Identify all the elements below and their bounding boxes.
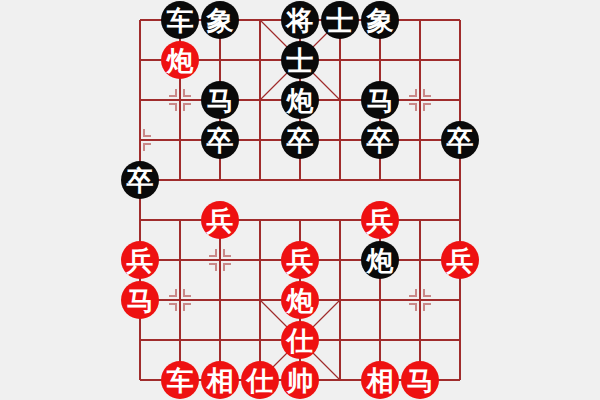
piece-black-cannon[interactable]: 炮	[361, 241, 399, 279]
piece-red-soldier[interactable]: 兵	[121, 241, 159, 279]
piece-black-advisor[interactable]: 士	[281, 41, 319, 79]
piece-red-soldier[interactable]: 兵	[441, 241, 479, 279]
piece-red-chariot[interactable]: 车	[161, 361, 199, 399]
piece-black-elephant[interactable]: 象	[361, 1, 399, 39]
piece-black-horse[interactable]: 马	[361, 81, 399, 119]
piece-red-soldier[interactable]: 兵	[281, 241, 319, 279]
piece-black-general[interactable]: 将	[281, 1, 319, 39]
piece-red-horse[interactable]: 马	[401, 361, 439, 399]
piece-black-advisor[interactable]: 士	[321, 1, 359, 39]
piece-red-elephant[interactable]: 相	[361, 361, 399, 399]
piece-red-elephant[interactable]: 相	[201, 361, 239, 399]
app-background: { "game": "xiangqi", "board": { "backgro…	[0, 0, 600, 400]
piece-black-chariot[interactable]: 车	[161, 1, 199, 39]
piece-black-soldier[interactable]: 卒	[121, 161, 159, 199]
piece-black-soldier[interactable]: 卒	[361, 121, 399, 159]
piece-black-soldier[interactable]: 卒	[441, 121, 479, 159]
piece-red-cannon[interactable]: 炮	[161, 41, 199, 79]
piece-layer[interactable]: 车象将士象炮士马炮马卒卒卒卒卒兵兵兵兵炮兵马炮仕车相仕帅相马	[120, 0, 480, 400]
piece-red-horse[interactable]: 马	[121, 281, 159, 319]
piece-black-cannon[interactable]: 炮	[281, 81, 319, 119]
piece-red-advisor[interactable]: 仕	[281, 321, 319, 359]
piece-black-horse[interactable]: 马	[201, 81, 239, 119]
piece-black-soldier[interactable]: 卒	[281, 121, 319, 159]
piece-red-advisor[interactable]: 仕	[241, 361, 279, 399]
piece-black-elephant[interactable]: 象	[201, 1, 239, 39]
piece-red-soldier[interactable]: 兵	[361, 201, 399, 239]
piece-red-cannon[interactable]: 炮	[281, 281, 319, 319]
piece-red-general[interactable]: 帅	[281, 361, 319, 399]
piece-black-soldier[interactable]: 卒	[201, 121, 239, 159]
piece-red-soldier[interactable]: 兵	[201, 201, 239, 239]
xiangqi-board[interactable]: 车象将士象炮士马炮马卒卒卒卒卒兵兵兵兵炮兵马炮仕车相仕帅相马	[120, 0, 480, 400]
